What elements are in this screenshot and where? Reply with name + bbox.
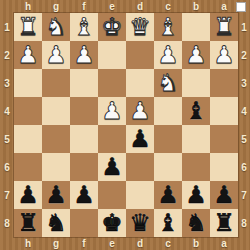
square-d7[interactable] xyxy=(126,181,154,209)
piece-white-pawn[interactable]: ♟ xyxy=(210,41,238,69)
square-h2[interactable]: ♟ xyxy=(14,41,42,69)
square-f8[interactable] xyxy=(70,209,98,237)
rank-label-1: 1 xyxy=(238,13,250,41)
square-e4[interactable]: ♟ xyxy=(98,97,126,125)
piece-white-pawn[interactable]: ♟ xyxy=(154,41,182,69)
rank-label-6: 6 xyxy=(0,153,14,181)
rank-label-5: 5 xyxy=(0,125,14,153)
piece-white-pawn[interactable]: ♟ xyxy=(14,41,42,69)
square-c6[interactable] xyxy=(154,153,182,181)
square-c5[interactable] xyxy=(154,125,182,153)
file-label-b: b xyxy=(182,0,210,13)
file-labels-top: hgfedcba xyxy=(14,0,238,13)
square-d1[interactable]: ♛ xyxy=(126,13,154,41)
rank-label-7: 7 xyxy=(0,181,14,209)
square-a7[interactable]: ♟ xyxy=(210,181,238,209)
square-d2[interactable] xyxy=(126,41,154,69)
square-h8[interactable]: ♜ xyxy=(14,209,42,237)
rank-labels-left: 12345678 xyxy=(0,13,14,237)
file-label-a: a xyxy=(210,237,238,250)
piece-black-knight[interactable]: ♞ xyxy=(182,209,210,237)
piece-black-pawn[interactable]: ♟ xyxy=(70,181,98,209)
square-g5[interactable] xyxy=(42,125,70,153)
square-b6[interactable] xyxy=(182,153,210,181)
file-label-d: d xyxy=(126,0,154,13)
piece-black-queen[interactable]: ♛ xyxy=(126,209,154,237)
rank-label-4: 4 xyxy=(238,97,250,125)
square-h7[interactable]: ♟ xyxy=(14,181,42,209)
file-label-h: h xyxy=(14,0,42,13)
rank-label-8: 8 xyxy=(238,209,250,237)
square-a6[interactable] xyxy=(210,153,238,181)
square-f5[interactable] xyxy=(70,125,98,153)
square-g1[interactable]: ♞ xyxy=(42,13,70,41)
square-f3[interactable] xyxy=(70,69,98,97)
rank-label-3: 3 xyxy=(0,69,14,97)
piece-black-rook[interactable]: ♜ xyxy=(14,209,42,237)
rank-label-8: 8 xyxy=(0,209,14,237)
square-f7[interactable]: ♟ xyxy=(70,181,98,209)
square-a8[interactable]: ♜ xyxy=(210,209,238,237)
square-e6[interactable]: ♟ xyxy=(98,153,126,181)
square-e8[interactable]: ♚ xyxy=(98,209,126,237)
square-d5[interactable]: ♟ xyxy=(126,125,154,153)
square-g3[interactable] xyxy=(42,69,70,97)
square-e1[interactable]: ♚ xyxy=(98,13,126,41)
piece-black-pawn[interactable]: ♟ xyxy=(126,125,154,153)
file-label-g: g xyxy=(42,0,70,13)
square-a1[interactable]: ♜ xyxy=(210,13,238,41)
piece-white-pawn[interactable]: ♟ xyxy=(42,41,70,69)
rank-label-6: 6 xyxy=(238,153,250,181)
piece-white-pawn[interactable]: ♟ xyxy=(70,41,98,69)
chess-diagram: hgfedcba 12345678 12345678 hgfedcba ♜♞♝♚… xyxy=(0,0,250,250)
file-label-f: f xyxy=(70,237,98,250)
piece-white-knight[interactable]: ♞ xyxy=(42,13,70,41)
file-label-d: d xyxy=(126,237,154,250)
piece-black-pawn[interactable]: ♟ xyxy=(14,181,42,209)
square-h6[interactable] xyxy=(14,153,42,181)
square-d8[interactable]: ♛ xyxy=(126,209,154,237)
square-e7[interactable] xyxy=(98,181,126,209)
square-a4[interactable] xyxy=(210,97,238,125)
rank-label-2: 2 xyxy=(0,41,14,69)
piece-black-pawn[interactable]: ♟ xyxy=(154,181,182,209)
piece-black-rook[interactable]: ♜ xyxy=(210,209,238,237)
square-e3[interactable] xyxy=(98,69,126,97)
rank-label-7: 7 xyxy=(238,181,250,209)
white-to-move-indicator xyxy=(236,2,246,12)
square-d4[interactable]: ♟ xyxy=(126,97,154,125)
square-f1[interactable]: ♝ xyxy=(70,13,98,41)
square-a2[interactable]: ♟ xyxy=(210,41,238,69)
piece-black-pawn[interactable]: ♟ xyxy=(210,181,238,209)
piece-white-pawn[interactable]: ♟ xyxy=(182,41,210,69)
file-labels-bottom: hgfedcba xyxy=(14,237,238,250)
square-h5[interactable] xyxy=(14,125,42,153)
chess-board: ♜♞♝♚♛♝♜♟♟♟♟♟♟♞♟♟♝♟♟♟♟♟♟♟♟♜♞♚♛♝♞♜ xyxy=(14,13,238,237)
piece-white-pawn[interactable]: ♟ xyxy=(126,97,154,125)
square-g8[interactable]: ♞ xyxy=(42,209,70,237)
square-b8[interactable]: ♞ xyxy=(182,209,210,237)
piece-white-bishop[interactable]: ♝ xyxy=(154,13,182,41)
file-label-c: c xyxy=(154,0,182,13)
piece-black-king[interactable]: ♚ xyxy=(98,209,126,237)
file-label-c: c xyxy=(154,237,182,250)
square-c4[interactable] xyxy=(154,97,182,125)
square-g4[interactable] xyxy=(42,97,70,125)
rank-label-1: 1 xyxy=(0,13,14,41)
square-f4[interactable] xyxy=(70,97,98,125)
square-f2[interactable]: ♟ xyxy=(70,41,98,69)
rank-label-3: 3 xyxy=(238,69,250,97)
rank-label-4: 4 xyxy=(0,97,14,125)
file-label-f: f xyxy=(70,0,98,13)
piece-white-rook[interactable]: ♜ xyxy=(210,13,238,41)
piece-black-knight[interactable]: ♞ xyxy=(42,209,70,237)
square-b4[interactable]: ♝ xyxy=(182,97,210,125)
square-c1[interactable]: ♝ xyxy=(154,13,182,41)
piece-black-pawn[interactable]: ♟ xyxy=(42,181,70,209)
file-label-a: a xyxy=(210,0,238,13)
rank-label-2: 2 xyxy=(238,41,250,69)
file-label-e: e xyxy=(98,237,126,250)
piece-white-pawn[interactable]: ♟ xyxy=(98,97,126,125)
piece-white-king[interactable]: ♚ xyxy=(98,13,126,41)
square-g6[interactable] xyxy=(42,153,70,181)
square-b5[interactable] xyxy=(182,125,210,153)
square-c8[interactable]: ♝ xyxy=(154,209,182,237)
file-label-e: e xyxy=(98,0,126,13)
square-a3[interactable] xyxy=(210,69,238,97)
piece-white-bishop[interactable]: ♝ xyxy=(70,13,98,41)
rank-labels-right: 12345678 xyxy=(238,13,250,237)
piece-black-bishop[interactable]: ♝ xyxy=(182,97,210,125)
square-b2[interactable]: ♟ xyxy=(182,41,210,69)
square-a5[interactable] xyxy=(210,125,238,153)
piece-black-bishop[interactable]: ♝ xyxy=(154,209,182,237)
piece-white-rook[interactable]: ♜ xyxy=(14,13,42,41)
square-f6[interactable] xyxy=(70,153,98,181)
square-d3[interactable] xyxy=(126,69,154,97)
square-c7[interactable]: ♟ xyxy=(154,181,182,209)
file-label-h: h xyxy=(14,237,42,250)
piece-black-pawn[interactable]: ♟ xyxy=(182,181,210,209)
rank-label-5: 5 xyxy=(238,125,250,153)
square-g2[interactable]: ♟ xyxy=(42,41,70,69)
file-label-b: b xyxy=(182,237,210,250)
square-e5[interactable] xyxy=(98,125,126,153)
square-b7[interactable]: ♟ xyxy=(182,181,210,209)
square-b3[interactable] xyxy=(182,69,210,97)
piece-white-knight[interactable]: ♞ xyxy=(154,69,182,97)
square-b1[interactable] xyxy=(182,13,210,41)
square-g7[interactable]: ♟ xyxy=(42,181,70,209)
square-d6[interactable] xyxy=(126,153,154,181)
file-label-g: g xyxy=(42,237,70,250)
square-c3[interactable]: ♞ xyxy=(154,69,182,97)
square-c2[interactable]: ♟ xyxy=(154,41,182,69)
square-h1[interactable]: ♜ xyxy=(14,13,42,41)
piece-black-pawn[interactable]: ♟ xyxy=(98,153,126,181)
square-h4[interactable] xyxy=(14,97,42,125)
square-h3[interactable] xyxy=(14,69,42,97)
piece-white-queen[interactable]: ♛ xyxy=(126,13,154,41)
square-e2[interactable] xyxy=(98,41,126,69)
